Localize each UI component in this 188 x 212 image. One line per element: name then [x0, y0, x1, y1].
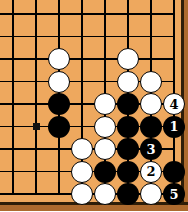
black-stone — [140, 116, 162, 138]
white-stone-move-2: 2 — [140, 161, 162, 183]
white-stone — [48, 48, 70, 70]
black-stone — [117, 161, 139, 183]
white-stone — [94, 183, 116, 205]
black-stone — [117, 138, 139, 160]
white-stone — [48, 71, 70, 93]
grid-line-vertical — [35, 0, 37, 195]
white-stone — [140, 71, 162, 93]
square-marker — [33, 123, 40, 130]
black-stone — [94, 161, 116, 183]
white-stone — [94, 116, 116, 138]
white-stone — [94, 138, 116, 160]
black-stone-move-3: 3 — [140, 138, 162, 160]
black-stone — [117, 183, 139, 205]
white-stone — [94, 93, 116, 115]
white-stone — [71, 161, 93, 183]
move-number: 3 — [146, 143, 155, 156]
move-number: 2 — [146, 165, 155, 178]
white-stone — [71, 183, 93, 205]
white-stone — [71, 138, 93, 160]
move-number: 5 — [169, 188, 178, 201]
grid-line-horizontal — [0, 58, 175, 60]
board-edge-bottom-shadow — [0, 205, 188, 212]
black-stone — [48, 93, 70, 115]
grid-line-horizontal — [0, 36, 175, 38]
black-stone — [48, 116, 70, 138]
move-number: 4 — [169, 98, 178, 111]
black-stone-move-1: 1 — [163, 116, 185, 138]
grid-line-vertical — [12, 0, 14, 195]
white-stone — [117, 48, 139, 70]
move-number: 1 — [169, 120, 178, 133]
grid-line-horizontal — [0, 13, 175, 15]
white-stone — [140, 183, 162, 205]
black-stone — [163, 161, 185, 183]
white-stone-move-4: 4 — [163, 93, 185, 115]
go-diagram: 41325 — [0, 0, 188, 211]
black-stone — [117, 116, 139, 138]
white-stone — [140, 93, 162, 115]
black-stone — [117, 93, 139, 115]
go-board: 41325 — [0, 0, 188, 211]
black-stone-move-5: 5 — [163, 183, 185, 205]
white-stone — [117, 71, 139, 93]
